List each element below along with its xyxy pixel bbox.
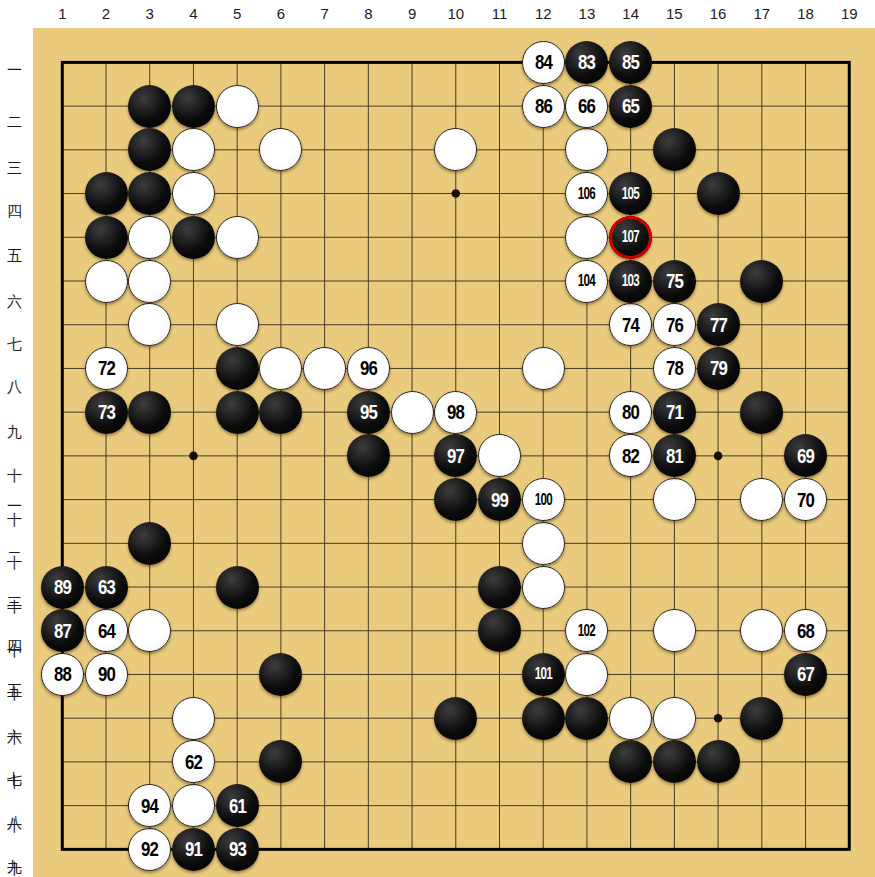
move-number: 100 — [529, 479, 557, 520]
column-label-11: 11 — [492, 5, 508, 22]
stone-white-move-70[interactable]: 70 — [784, 478, 827, 521]
column-label-15: 15 — [666, 5, 683, 22]
stone-white[interactable] — [85, 260, 128, 303]
stone-black-move-91[interactable]: 91 — [172, 828, 215, 871]
stone-white-move-68[interactable]: 68 — [784, 609, 827, 652]
stone-white[interactable] — [653, 697, 696, 740]
stone-black[interactable] — [85, 172, 128, 215]
column-label-5: 5 — [233, 5, 241, 22]
stone-black-move-99[interactable]: 99 — [478, 478, 521, 521]
stone-white-move-98[interactable]: 98 — [434, 391, 477, 434]
column-label-17: 17 — [753, 5, 770, 22]
stone-white[interactable] — [391, 391, 434, 434]
move-number: 97 — [439, 434, 473, 477]
move-number: 82 — [614, 435, 647, 476]
stone-white[interactable] — [565, 216, 608, 259]
stone-white[interactable] — [128, 260, 171, 303]
stone-black[interactable] — [172, 85, 215, 128]
stone-black-move-93[interactable]: 93 — [216, 828, 259, 871]
stone-black[interactable] — [128, 522, 171, 565]
stone-white[interactable] — [216, 216, 259, 259]
stone-black[interactable] — [565, 697, 608, 740]
move-number: 67 — [788, 653, 822, 696]
move-number: 88 — [46, 654, 79, 695]
stone-black[interactable] — [697, 172, 740, 215]
move-number: 94 — [133, 785, 166, 826]
stone-white[interactable] — [522, 566, 565, 609]
stone-black-move-103[interactable]: 103 — [609, 260, 652, 303]
stone-black-move-75[interactable]: 75 — [653, 260, 696, 303]
move-number: 91 — [176, 828, 210, 871]
stone-white-move-86[interactable]: 86 — [522, 85, 565, 128]
stone-white[interactable] — [303, 347, 346, 390]
stone-black[interactable] — [697, 740, 740, 783]
stone-black-move-89[interactable]: 89 — [41, 566, 84, 609]
move-number: 79 — [701, 347, 735, 390]
column-label-6: 6 — [277, 5, 285, 22]
stone-black-move-81[interactable]: 81 — [653, 434, 696, 477]
stone-black[interactable] — [85, 216, 128, 259]
move-number: 84 — [527, 42, 560, 83]
stone-white-move-76[interactable]: 76 — [653, 303, 696, 346]
stone-black[interactable] — [172, 216, 215, 259]
go-diagram-page: 12345678910111213141516171819一二三四五六七八九十十… — [0, 0, 875, 877]
stone-white[interactable] — [216, 85, 259, 128]
stone-black-move-97[interactable]: 97 — [434, 434, 477, 477]
move-number: 71 — [657, 391, 691, 434]
move-number: 99 — [482, 478, 516, 521]
stone-white-move-82[interactable]: 82 — [609, 434, 652, 477]
move-number: 85 — [613, 41, 647, 84]
move-number: 103 — [616, 260, 645, 303]
move-number: 72 — [90, 348, 123, 389]
stone-white-move-92[interactable]: 92 — [128, 828, 171, 871]
stone-black[interactable] — [522, 697, 565, 740]
stone-black[interactable] — [259, 391, 302, 434]
move-number: 63 — [89, 566, 123, 609]
stone-black[interactable] — [216, 566, 259, 609]
stone-black[interactable] — [478, 566, 521, 609]
stone-black-move-87[interactable]: 87 — [41, 609, 84, 652]
move-number: 75 — [657, 260, 691, 303]
stone-black[interactable] — [740, 260, 783, 303]
stone-white-move-104[interactable]: 104 — [565, 260, 608, 303]
move-number: 95 — [351, 391, 385, 434]
column-label-8: 8 — [364, 5, 372, 22]
column-label-13: 13 — [579, 5, 596, 22]
move-number: 83 — [570, 41, 604, 84]
move-number: 90 — [90, 654, 123, 695]
stone-black-move-105[interactable]: 105 — [609, 172, 652, 215]
move-number: 89 — [45, 566, 79, 609]
stone-white[interactable] — [172, 128, 215, 171]
move-number: 64 — [90, 610, 123, 651]
column-label-4: 4 — [189, 5, 197, 22]
stone-black-move-83[interactable]: 83 — [565, 41, 608, 84]
stone-black[interactable] — [347, 434, 390, 477]
stone-white-move-80[interactable]: 80 — [609, 391, 652, 434]
stone-black-move-73[interactable]: 73 — [85, 391, 128, 434]
stone-black[interactable] — [740, 391, 783, 434]
move-number: 81 — [657, 434, 691, 477]
move-number: 74 — [614, 304, 647, 345]
move-number: 70 — [789, 479, 822, 520]
column-label-10: 10 — [447, 5, 464, 22]
stone-white-move-88[interactable]: 88 — [41, 653, 84, 696]
move-number: 77 — [701, 303, 735, 346]
stone-black[interactable] — [216, 347, 259, 390]
move-number: 78 — [658, 348, 691, 389]
move-number: 93 — [220, 828, 254, 871]
stone-white[interactable] — [522, 347, 565, 390]
stone-black-move-79[interactable]: 79 — [697, 347, 740, 390]
move-number: 107 — [616, 216, 645, 259]
move-number: 105 — [616, 172, 645, 215]
stone-white-move-64[interactable]: 64 — [85, 609, 128, 652]
stone-black[interactable] — [128, 391, 171, 434]
move-number: 68 — [789, 610, 822, 651]
column-label-9: 9 — [408, 5, 416, 22]
stone-white[interactable] — [609, 697, 652, 740]
move-number: 62 — [177, 741, 210, 782]
move-number: 106 — [573, 173, 601, 214]
stone-black[interactable] — [128, 85, 171, 128]
move-number: 66 — [571, 86, 604, 127]
stone-black[interactable] — [653, 740, 696, 783]
stone-black-move-95[interactable]: 95 — [347, 391, 390, 434]
stone-white[interactable] — [216, 303, 259, 346]
stone-white[interactable] — [653, 609, 696, 652]
stone-black[interactable] — [128, 172, 171, 215]
move-number: 92 — [133, 829, 166, 870]
move-number: 96 — [352, 348, 385, 389]
stone-white-move-72[interactable]: 72 — [85, 347, 128, 390]
stone-white[interactable] — [172, 784, 215, 827]
column-label-16: 16 — [710, 5, 727, 22]
stone-white[interactable] — [653, 478, 696, 521]
stone-white-move-66[interactable]: 66 — [565, 85, 608, 128]
move-number: 104 — [573, 261, 601, 302]
column-label-14: 14 — [622, 5, 639, 22]
stone-black[interactable] — [653, 128, 696, 171]
stone-black[interactable] — [216, 391, 259, 434]
stone-white[interactable] — [128, 216, 171, 259]
stone-black-move-65[interactable]: 65 — [609, 85, 652, 128]
column-label-12: 12 — [535, 5, 552, 22]
move-number: 86 — [527, 86, 560, 127]
stone-black-move-85[interactable]: 85 — [609, 41, 652, 84]
stone-white-move-74[interactable]: 74 — [609, 303, 652, 346]
stone-white-move-78[interactable]: 78 — [653, 347, 696, 390]
stone-black-move-107[interactable]: 107 — [609, 216, 652, 259]
stone-black[interactable] — [478, 609, 521, 652]
stone-white[interactable] — [172, 172, 215, 215]
column-label-7: 7 — [320, 5, 328, 22]
move-number: 87 — [45, 609, 79, 652]
column-label-2: 2 — [102, 5, 110, 22]
stone-white[interactable] — [522, 522, 565, 565]
stone-black[interactable] — [434, 697, 477, 740]
stone-black-move-67[interactable]: 67 — [784, 653, 827, 696]
move-number: 65 — [613, 85, 647, 128]
stone-black[interactable] — [740, 697, 783, 740]
move-number: 76 — [658, 304, 691, 345]
stone-white-move-96[interactable]: 96 — [347, 347, 390, 390]
column-label-18: 18 — [797, 5, 814, 22]
stone-black-move-69[interactable]: 69 — [784, 434, 827, 477]
move-number: 98 — [439, 392, 472, 433]
column-label-3: 3 — [146, 5, 154, 22]
stone-white-move-90[interactable]: 90 — [85, 653, 128, 696]
column-label-19: 19 — [841, 5, 858, 22]
stone-white-move-84[interactable]: 84 — [522, 41, 565, 84]
stone-black-move-77[interactable]: 77 — [697, 303, 740, 346]
stone-black-move-61[interactable]: 61 — [216, 784, 259, 827]
move-number: 73 — [89, 391, 123, 434]
stone-white-move-100[interactable]: 100 — [522, 478, 565, 521]
move-number: 61 — [220, 784, 254, 827]
stone-white-move-62[interactable]: 62 — [172, 740, 215, 783]
move-number: 69 — [788, 434, 822, 477]
column-label-1: 1 — [58, 5, 66, 22]
stone-white-move-94[interactable]: 94 — [128, 784, 171, 827]
stone-black-move-63[interactable]: 63 — [85, 566, 128, 609]
stone-black-move-101[interactable]: 101 — [522, 653, 565, 696]
stone-white[interactable] — [172, 697, 215, 740]
move-number: 80 — [614, 392, 647, 433]
move-number: 102 — [573, 610, 601, 651]
move-number: 101 — [529, 653, 558, 696]
stone-black-move-71[interactable]: 71 — [653, 391, 696, 434]
